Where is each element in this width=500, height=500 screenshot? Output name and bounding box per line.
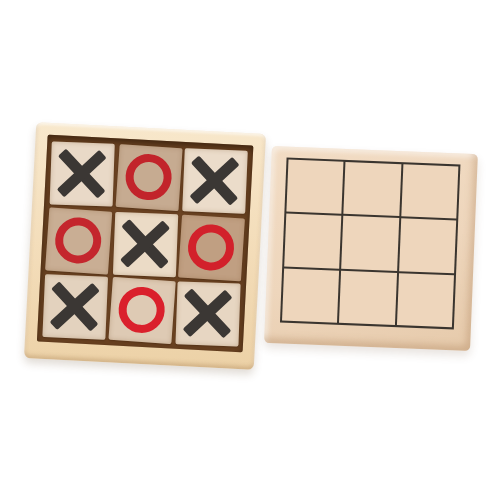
x-piece: [57, 149, 107, 199]
board-cell-r1c2[interactable]: [344, 162, 401, 217]
x-piece: [183, 289, 233, 339]
board-grid: [280, 158, 460, 330]
block-r3c3[interactable]: [176, 282, 241, 347]
o-piece: [117, 286, 166, 335]
block-r2c3[interactable]: [178, 214, 245, 281]
storage-box-frame: [24, 122, 266, 370]
block-r3c1[interactable]: [42, 274, 107, 339]
block-r1c3[interactable]: [183, 148, 248, 213]
storage-box-well: [37, 135, 254, 352]
board-cell-r2c3[interactable]: [399, 219, 456, 274]
o-piece: [54, 216, 103, 265]
x-piece: [120, 219, 170, 269]
board-cell-r1c3[interactable]: [401, 164, 458, 219]
board-cell-r3c3[interactable]: [397, 273, 454, 328]
x-piece: [50, 282, 100, 332]
storage-box: [24, 122, 266, 370]
board-cell-r3c1[interactable]: [282, 268, 339, 323]
product-photo-scene: [0, 0, 500, 500]
x-piece: [190, 156, 240, 206]
playing-board: [264, 146, 478, 351]
o-piece: [124, 153, 173, 202]
o-piece: [187, 223, 236, 272]
board-cell-r2c1[interactable]: [284, 214, 341, 269]
block-r2c1[interactable]: [45, 207, 112, 274]
block-r2c2[interactable]: [113, 211, 178, 276]
block-r1c2[interactable]: [115, 144, 182, 211]
blocks-grid: [42, 141, 248, 347]
block-r3c2[interactable]: [108, 277, 175, 344]
board-cell-r3c2[interactable]: [339, 270, 396, 325]
block-r1c1[interactable]: [50, 142, 115, 207]
board-cell-r1c1[interactable]: [286, 160, 343, 215]
board-cell-r2c2[interactable]: [342, 216, 399, 271]
